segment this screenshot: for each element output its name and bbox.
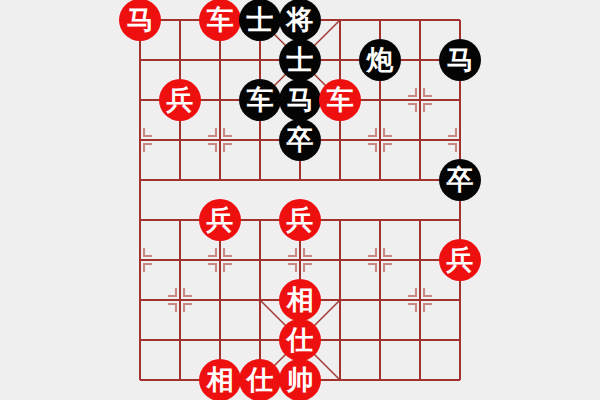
piece-red-chariot[interactable]: 车 xyxy=(319,79,361,121)
piece-black-pawn[interactable]: 卒 xyxy=(439,159,481,201)
piece-red-pawn[interactable]: 兵 xyxy=(199,199,241,241)
piece-black-cannon[interactable]: 炮 xyxy=(359,39,401,81)
piece-black-general[interactable]: 将 xyxy=(279,0,321,41)
piece-black-advisor[interactable]: 士 xyxy=(239,0,281,41)
piece-red-pawn[interactable]: 兵 xyxy=(279,199,321,241)
piece-black-advisor[interactable]: 士 xyxy=(279,39,321,81)
piece-black-horse[interactable]: 马 xyxy=(439,39,481,81)
piece-red-elephant[interactable]: 相 xyxy=(279,279,321,321)
piece-black-chariot[interactable]: 车 xyxy=(239,79,281,121)
piece-red-elephant[interactable]: 相 xyxy=(199,359,241,400)
piece-red-general[interactable]: 帅 xyxy=(279,359,321,400)
piece-red-chariot[interactable]: 车 xyxy=(199,0,241,41)
piece-black-pawn[interactable]: 卒 xyxy=(279,119,321,161)
piece-red-pawn[interactable]: 兵 xyxy=(159,79,201,121)
board-grid: 马车士将士炮马兵车马车卒卒兵兵兵相仕相仕帅 xyxy=(120,0,480,400)
piece-red-horse[interactable]: 马 xyxy=(119,0,161,41)
piece-black-horse[interactable]: 马 xyxy=(279,79,321,121)
piece-red-advisor[interactable]: 仕 xyxy=(239,359,281,400)
piece-red-advisor[interactable]: 仕 xyxy=(279,319,321,361)
piece-red-pawn[interactable]: 兵 xyxy=(439,239,481,281)
xiangqi-board: 马车士将士炮马兵车马车卒卒兵兵兵相仕相仕帅 xyxy=(0,0,600,400)
